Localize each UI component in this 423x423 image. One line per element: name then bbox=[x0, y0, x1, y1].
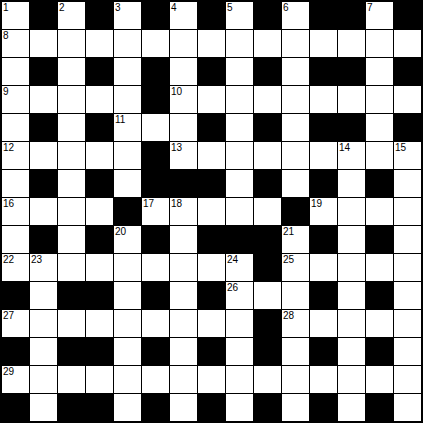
cell-r14c4[interactable] bbox=[114, 394, 141, 421]
block-cell-r2c5 bbox=[142, 58, 169, 85]
block-cell-r6c3 bbox=[86, 170, 113, 197]
cell-r0c6[interactable]: 4 bbox=[170, 2, 197, 29]
cell-r6c10[interactable] bbox=[282, 170, 309, 197]
block-cell-r4c9 bbox=[254, 114, 281, 141]
block-cell-r14c9 bbox=[254, 394, 281, 421]
cell-r13c0[interactable]: 29 bbox=[2, 366, 29, 393]
cell-r6c8[interactable] bbox=[226, 170, 253, 197]
cell-r9c0[interactable]: 22 bbox=[2, 254, 29, 281]
cell-r7c13[interactable] bbox=[366, 198, 393, 225]
block-cell-r14c11 bbox=[310, 394, 337, 421]
cell-r11c3[interactable] bbox=[86, 310, 113, 337]
block-cell-r8c8 bbox=[226, 226, 253, 253]
block-cell-r2c11 bbox=[310, 58, 337, 85]
block-cell-r6c7 bbox=[198, 170, 225, 197]
cell-r13c5[interactable] bbox=[142, 366, 169, 393]
clue-number-19: 19 bbox=[311, 198, 322, 209]
cell-r11c7[interactable] bbox=[198, 310, 225, 337]
cell-r2c10[interactable] bbox=[282, 58, 309, 85]
cell-r7c9[interactable] bbox=[254, 198, 281, 225]
clue-number-25: 25 bbox=[283, 254, 294, 265]
cell-r0c8[interactable]: 5 bbox=[226, 2, 253, 29]
cell-r11c12[interactable] bbox=[338, 310, 365, 337]
cell-r11c14[interactable] bbox=[394, 310, 421, 337]
cell-r10c1[interactable] bbox=[30, 282, 57, 309]
cell-r2c4[interactable] bbox=[114, 58, 141, 85]
cell-r13c10[interactable] bbox=[282, 366, 309, 393]
cell-r9c13[interactable] bbox=[366, 254, 393, 281]
cell-r2c2[interactable] bbox=[58, 58, 85, 85]
cell-r4c2[interactable] bbox=[58, 114, 85, 141]
cell-r5c0[interactable]: 12 bbox=[2, 142, 29, 169]
block-cell-r4c11 bbox=[310, 114, 337, 141]
cell-r10c8[interactable]: 26 bbox=[226, 282, 253, 309]
cell-r3c3[interactable] bbox=[86, 86, 113, 113]
block-cell-r14c7 bbox=[198, 394, 225, 421]
cell-r8c2[interactable] bbox=[58, 226, 85, 253]
cell-r6c0[interactable] bbox=[2, 170, 29, 197]
cell-r5c7[interactable] bbox=[198, 142, 225, 169]
cell-r9c2[interactable] bbox=[58, 254, 85, 281]
cell-r4c6[interactable] bbox=[170, 114, 197, 141]
cell-r9c11[interactable] bbox=[310, 254, 337, 281]
block-cell-r4c3 bbox=[86, 114, 113, 141]
clue-number-20: 20 bbox=[115, 226, 126, 237]
cell-r1c5[interactable] bbox=[142, 30, 169, 57]
block-cell-r6c5 bbox=[142, 170, 169, 197]
block-cell-r12c3 bbox=[86, 338, 113, 365]
cell-r11c1[interactable] bbox=[30, 310, 57, 337]
clue-number-24: 24 bbox=[227, 254, 238, 265]
cell-r12c10[interactable] bbox=[282, 338, 309, 365]
block-cell-r0c3 bbox=[86, 2, 113, 29]
cell-r5c9[interactable] bbox=[254, 142, 281, 169]
cell-r11c5[interactable] bbox=[142, 310, 169, 337]
clue-number-21: 21 bbox=[283, 226, 294, 237]
clue-number-13: 13 bbox=[171, 142, 182, 153]
cell-r13c6[interactable] bbox=[170, 366, 197, 393]
cell-r3c0[interactable]: 9 bbox=[2, 86, 29, 113]
cell-r1c10[interactable] bbox=[282, 30, 309, 57]
cell-r9c7[interactable] bbox=[198, 254, 225, 281]
cell-r12c1[interactable] bbox=[30, 338, 57, 365]
block-cell-r8c1 bbox=[30, 226, 57, 253]
block-cell-r6c1 bbox=[30, 170, 57, 197]
block-cell-r5c5 bbox=[142, 142, 169, 169]
block-cell-r0c7 bbox=[198, 2, 225, 29]
clue-number-6: 6 bbox=[283, 2, 289, 13]
cell-r7c7[interactable] bbox=[198, 198, 225, 225]
cell-r7c2[interactable] bbox=[58, 198, 85, 225]
cell-r1c7[interactable] bbox=[198, 30, 225, 57]
block-cell-r10c7 bbox=[198, 282, 225, 309]
cell-r1c4[interactable] bbox=[114, 30, 141, 57]
cell-r12c6[interactable] bbox=[170, 338, 197, 365]
cell-r9c1[interactable]: 23 bbox=[30, 254, 57, 281]
cell-r3c6[interactable]: 10 bbox=[170, 86, 197, 113]
cell-r11c10[interactable]: 28 bbox=[282, 310, 309, 337]
cell-r1c3[interactable] bbox=[86, 30, 113, 57]
block-cell-r12c5 bbox=[142, 338, 169, 365]
cell-r12c4[interactable] bbox=[114, 338, 141, 365]
clue-number-11: 11 bbox=[115, 114, 125, 125]
clue-number-16: 16 bbox=[3, 198, 14, 209]
cell-r9c3[interactable] bbox=[86, 254, 113, 281]
clue-number-10: 10 bbox=[171, 86, 182, 97]
cell-r5c13[interactable] bbox=[366, 142, 393, 169]
clue-number-27: 27 bbox=[3, 310, 14, 321]
cell-r4c4[interactable]: 11 bbox=[114, 114, 141, 141]
cell-r5c2[interactable] bbox=[58, 142, 85, 169]
cell-r1c12[interactable] bbox=[338, 30, 365, 57]
cell-r5c12[interactable]: 14 bbox=[338, 142, 365, 169]
block-cell-r10c0 bbox=[2, 282, 29, 309]
cell-r13c13[interactable] bbox=[366, 366, 393, 393]
block-cell-r14c2 bbox=[58, 394, 85, 421]
cell-r7c8[interactable] bbox=[226, 198, 253, 225]
cell-r3c10[interactable] bbox=[282, 86, 309, 113]
block-cell-r10c5 bbox=[142, 282, 169, 309]
block-cell-r11c9 bbox=[254, 310, 281, 337]
cell-r10c12[interactable] bbox=[338, 282, 365, 309]
cell-r1c1[interactable] bbox=[30, 30, 57, 57]
block-cell-r2c1 bbox=[30, 58, 57, 85]
cell-r7c11[interactable]: 19 bbox=[310, 198, 337, 225]
cell-r6c2[interactable] bbox=[58, 170, 85, 197]
block-cell-r2c3 bbox=[86, 58, 113, 85]
block-cell-r7c4 bbox=[114, 198, 141, 225]
cell-r10c14[interactable] bbox=[394, 282, 421, 309]
clue-number-12: 12 bbox=[3, 142, 14, 153]
block-cell-r6c13 bbox=[366, 170, 393, 197]
cell-r7c6[interactable]: 18 bbox=[170, 198, 197, 225]
cell-r1c9[interactable] bbox=[254, 30, 281, 57]
cell-r7c0[interactable]: 16 bbox=[2, 198, 29, 225]
cell-r2c13[interactable] bbox=[366, 58, 393, 85]
cell-r5c3[interactable] bbox=[86, 142, 113, 169]
block-cell-r0c9 bbox=[254, 2, 281, 29]
cell-r9c12[interactable] bbox=[338, 254, 365, 281]
cell-r13c3[interactable] bbox=[86, 366, 113, 393]
cell-r5c4[interactable] bbox=[114, 142, 141, 169]
block-cell-r8c3 bbox=[86, 226, 113, 253]
cell-r3c8[interactable] bbox=[226, 86, 253, 113]
block-cell-r12c9 bbox=[254, 338, 281, 365]
block-cell-r2c9 bbox=[254, 58, 281, 85]
cell-r11c8[interactable] bbox=[226, 310, 253, 337]
cell-r4c10[interactable] bbox=[282, 114, 309, 141]
block-cell-r8c7 bbox=[198, 226, 225, 253]
cell-r4c0[interactable] bbox=[2, 114, 29, 141]
cell-r11c6[interactable] bbox=[170, 310, 197, 337]
clue-number-7: 7 bbox=[367, 2, 373, 13]
cell-r4c5[interactable] bbox=[142, 114, 169, 141]
cell-r3c13[interactable] bbox=[366, 86, 393, 113]
cell-r5c11[interactable] bbox=[310, 142, 337, 169]
block-cell-r2c7 bbox=[198, 58, 225, 85]
cell-r13c7[interactable] bbox=[198, 366, 225, 393]
cell-r8c12[interactable] bbox=[338, 226, 365, 253]
cell-r13c4[interactable] bbox=[114, 366, 141, 393]
block-cell-r0c14 bbox=[394, 2, 421, 29]
clue-number-3: 3 bbox=[115, 2, 121, 13]
block-cell-r6c6 bbox=[170, 170, 197, 197]
cell-r4c8[interactable] bbox=[226, 114, 253, 141]
clue-number-15: 15 bbox=[395, 142, 406, 153]
block-cell-r6c9 bbox=[254, 170, 281, 197]
block-cell-r10c3 bbox=[86, 282, 113, 309]
cell-r3c11[interactable] bbox=[310, 86, 337, 113]
block-cell-r12c11 bbox=[310, 338, 337, 365]
clue-number-8: 8 bbox=[3, 30, 9, 41]
cell-r9c6[interactable] bbox=[170, 254, 197, 281]
block-cell-r4c1 bbox=[30, 114, 57, 141]
cell-r12c8[interactable] bbox=[226, 338, 253, 365]
cell-r2c0[interactable] bbox=[2, 58, 29, 85]
clue-number-17: 17 bbox=[143, 198, 154, 209]
clue-number-28: 28 bbox=[283, 310, 294, 321]
clue-number-9: 9 bbox=[3, 86, 9, 97]
cell-r7c12[interactable] bbox=[338, 198, 365, 225]
cell-r3c1[interactable] bbox=[30, 86, 57, 113]
cell-r9c10[interactable]: 25 bbox=[282, 254, 309, 281]
cell-r1c11[interactable] bbox=[310, 30, 337, 57]
block-cell-r0c1 bbox=[30, 2, 57, 29]
block-cell-r14c3 bbox=[86, 394, 113, 421]
block-cell-r12c13 bbox=[366, 338, 393, 365]
cell-r13c8[interactable] bbox=[226, 366, 253, 393]
cell-r5c1[interactable] bbox=[30, 142, 57, 169]
block-cell-r10c13 bbox=[366, 282, 393, 309]
clue-number-23: 23 bbox=[31, 254, 42, 265]
cell-r8c0[interactable] bbox=[2, 226, 29, 253]
cell-r14c8[interactable] bbox=[226, 394, 253, 421]
block-cell-r10c11 bbox=[310, 282, 337, 309]
clue-number-18: 18 bbox=[171, 198, 182, 209]
block-cell-r14c5 bbox=[142, 394, 169, 421]
crossword-board: 1234567891011121314151617181920212223242… bbox=[0, 0, 423, 423]
block-cell-r0c11 bbox=[310, 2, 337, 29]
cell-r13c9[interactable] bbox=[254, 366, 281, 393]
block-cell-r0c5 bbox=[142, 2, 169, 29]
cell-r5c6[interactable]: 13 bbox=[170, 142, 197, 169]
block-cell-r3c5 bbox=[142, 86, 169, 113]
block-cell-r4c14 bbox=[394, 114, 421, 141]
clue-number-14: 14 bbox=[339, 142, 350, 153]
cell-r13c11[interactable] bbox=[310, 366, 337, 393]
block-cell-r7c10 bbox=[282, 198, 309, 225]
block-cell-r4c12 bbox=[338, 114, 365, 141]
cell-r0c10[interactable]: 6 bbox=[282, 2, 309, 29]
cell-r3c12[interactable] bbox=[338, 86, 365, 113]
crossword-grid: 1234567891011121314151617181920212223242… bbox=[2, 2, 421, 421]
cell-r1c2[interactable] bbox=[58, 30, 85, 57]
cell-r3c14[interactable] bbox=[394, 86, 421, 113]
clue-number-22: 22 bbox=[3, 254, 14, 265]
block-cell-r12c7 bbox=[198, 338, 225, 365]
clue-number-2: 2 bbox=[59, 2, 65, 13]
cell-r8c6[interactable] bbox=[170, 226, 197, 253]
block-cell-r8c5 bbox=[142, 226, 169, 253]
cell-r3c4[interactable] bbox=[114, 86, 141, 113]
cell-r1c8[interactable] bbox=[226, 30, 253, 57]
cell-r8c4[interactable]: 20 bbox=[114, 226, 141, 253]
cell-r1c6[interactable] bbox=[170, 30, 197, 57]
block-cell-r8c13 bbox=[366, 226, 393, 253]
block-cell-r8c11 bbox=[310, 226, 337, 253]
cell-r2c8[interactable] bbox=[226, 58, 253, 85]
cell-r10c4[interactable] bbox=[114, 282, 141, 309]
cell-r9c5[interactable] bbox=[142, 254, 169, 281]
cell-r13c12[interactable] bbox=[338, 366, 365, 393]
cell-r4c13[interactable] bbox=[366, 114, 393, 141]
cell-r0c13[interactable]: 7 bbox=[366, 2, 393, 29]
cell-r0c0[interactable]: 1 bbox=[2, 2, 29, 29]
cell-r12c12[interactable] bbox=[338, 338, 365, 365]
cell-r5c8[interactable] bbox=[226, 142, 253, 169]
block-cell-r12c2 bbox=[58, 338, 85, 365]
cell-r11c0[interactable]: 27 bbox=[2, 310, 29, 337]
clue-number-29: 29 bbox=[3, 366, 14, 377]
cell-r14c6[interactable] bbox=[170, 394, 197, 421]
cell-r14c10[interactable] bbox=[282, 394, 309, 421]
cell-r13c2[interactable] bbox=[58, 366, 85, 393]
cell-r14c14[interactable] bbox=[394, 394, 421, 421]
cell-r7c14[interactable] bbox=[394, 198, 421, 225]
block-cell-r2c14 bbox=[394, 58, 421, 85]
cell-r11c11[interactable] bbox=[310, 310, 337, 337]
cell-r1c14[interactable] bbox=[394, 30, 421, 57]
cell-r6c4[interactable] bbox=[114, 170, 141, 197]
cell-r13c1[interactable] bbox=[30, 366, 57, 393]
cell-r11c13[interactable] bbox=[366, 310, 393, 337]
clue-number-4: 4 bbox=[171, 2, 177, 13]
cell-r0c4[interactable]: 3 bbox=[114, 2, 141, 29]
cell-r8c10[interactable]: 21 bbox=[282, 226, 309, 253]
cell-r9c14[interactable] bbox=[394, 254, 421, 281]
cell-r5c10[interactable] bbox=[282, 142, 309, 169]
cell-r7c3[interactable] bbox=[86, 198, 113, 225]
clue-number-1: 1 bbox=[3, 2, 9, 13]
cell-r13c14[interactable] bbox=[394, 366, 421, 393]
cell-r3c9[interactable] bbox=[254, 86, 281, 113]
cell-r9c8[interactable]: 24 bbox=[226, 254, 253, 281]
cell-r6c12[interactable] bbox=[338, 170, 365, 197]
cell-r6c14[interactable] bbox=[394, 170, 421, 197]
cell-r14c12[interactable] bbox=[338, 394, 365, 421]
cell-r1c13[interactable] bbox=[366, 30, 393, 57]
cell-r10c10[interactable] bbox=[282, 282, 309, 309]
cell-r3c2[interactable] bbox=[58, 86, 85, 113]
block-cell-r12c0 bbox=[2, 338, 29, 365]
clue-number-5: 5 bbox=[227, 2, 233, 13]
cell-r1c0[interactable]: 8 bbox=[2, 30, 29, 57]
cell-r12c14[interactable] bbox=[394, 338, 421, 365]
cell-r7c1[interactable] bbox=[30, 198, 57, 225]
cell-r10c6[interactable] bbox=[170, 282, 197, 309]
cell-r10c9[interactable] bbox=[254, 282, 281, 309]
block-cell-r2c12 bbox=[338, 58, 365, 85]
block-cell-r10c2 bbox=[58, 282, 85, 309]
block-cell-r14c13 bbox=[366, 394, 393, 421]
block-cell-r14c0 bbox=[2, 394, 29, 421]
block-cell-r6c11 bbox=[310, 170, 337, 197]
cell-r7c5[interactable]: 17 bbox=[142, 198, 169, 225]
cell-r11c2[interactable] bbox=[58, 310, 85, 337]
cell-r0c2[interactable]: 2 bbox=[58, 2, 85, 29]
block-cell-r8c9 bbox=[254, 226, 281, 253]
cell-r2c6[interactable] bbox=[170, 58, 197, 85]
block-cell-r0c12 bbox=[338, 2, 365, 29]
cell-r9c4[interactable] bbox=[114, 254, 141, 281]
block-cell-r4c7 bbox=[198, 114, 225, 141]
cell-r14c1[interactable] bbox=[30, 394, 57, 421]
block-cell-r9c9 bbox=[254, 254, 281, 281]
cell-r5c14[interactable]: 15 bbox=[394, 142, 421, 169]
clue-number-26: 26 bbox=[227, 282, 238, 293]
cell-r11c4[interactable] bbox=[114, 310, 141, 337]
cell-r8c14[interactable] bbox=[394, 226, 421, 253]
cell-r3c7[interactable] bbox=[198, 86, 225, 113]
